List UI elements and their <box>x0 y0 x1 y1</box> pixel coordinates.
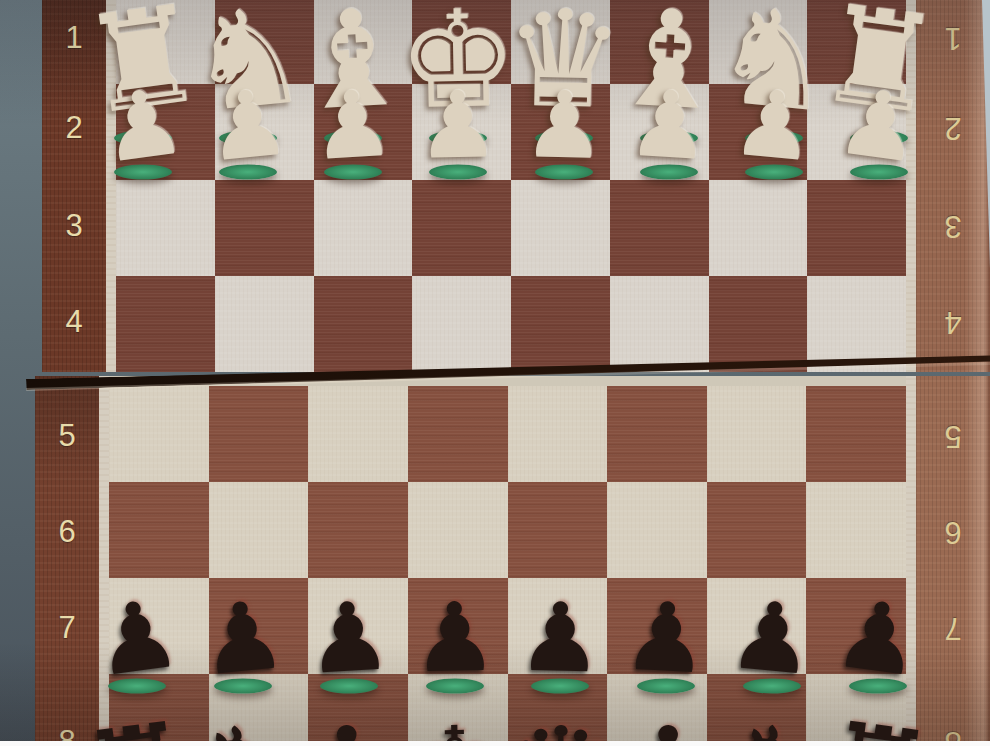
black-p-glyph: ♟ <box>196 587 290 690</box>
chessboard-photo: 1234 1234 5678 5678 ♜♞♝♚♛♝♞♜♟♟♟♟♟♟♟♟♟♟♟♟… <box>0 0 990 746</box>
image-bottom-strip <box>0 741 990 746</box>
white-p-glyph: ♟ <box>728 76 819 175</box>
white-p-glyph: ♟ <box>96 75 190 177</box>
white-p-glyph: ♟ <box>310 78 398 175</box>
black-p-glyph: ♟ <box>725 587 819 690</box>
black-r-glyph: ♜ <box>74 704 199 746</box>
pieces-layer: ♜♞♝♚♛♝♞♜♟♟♟♟♟♟♟♟♟♟♟♟♟♟♟♟♜♞♝♚♛♝♞♜ <box>0 0 990 746</box>
black-n-glyph: ♞ <box>182 706 303 746</box>
white-p-glyph: ♟ <box>832 75 926 177</box>
white-p-glyph: ♟ <box>203 76 294 175</box>
black-p-glyph: ♟ <box>303 588 393 688</box>
white-p-glyph: ♟ <box>521 79 605 173</box>
black-n-glyph: ♞ <box>712 706 833 746</box>
black-p-glyph: ♟ <box>88 585 185 691</box>
white-p-glyph: ♟ <box>416 79 500 173</box>
black-p-glyph: ♟ <box>830 585 927 691</box>
black-p-glyph: ♟ <box>411 590 498 687</box>
black-p-glyph: ♟ <box>621 588 711 688</box>
black-p-glyph: ♟ <box>517 590 604 687</box>
black-r-glyph: ♜ <box>816 704 941 746</box>
white-p-glyph: ♟ <box>625 78 713 175</box>
